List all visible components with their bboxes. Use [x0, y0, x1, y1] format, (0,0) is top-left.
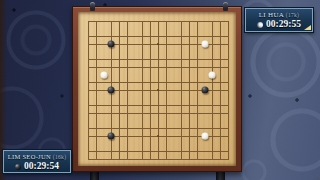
stone-black — [108, 41, 115, 48]
black-stone-icon — [15, 164, 21, 170]
board-grid[interactable] — [88, 21, 229, 160]
player-panel-white: LI HUA (17k) 00:29:55 — [245, 8, 313, 32]
stone-white — [100, 71, 107, 78]
stone-black — [201, 87, 208, 94]
star-point — [157, 43, 159, 45]
turn-indicator-triangle-icon — [304, 25, 311, 30]
player-name-row: LIM SEO-JUN (16k) — [4, 153, 70, 161]
player-name: LI HUA — [259, 11, 284, 19]
player-rank: (16k) — [53, 154, 66, 160]
stone-black — [108, 87, 115, 94]
player-clock-row: 00:29:55 — [246, 19, 312, 30]
board-surface — [78, 12, 236, 166]
stone-black — [108, 133, 115, 140]
board-clip-icon — [90, 2, 95, 11]
board-clip-icon — [223, 2, 228, 11]
player-name: LIM SEO-JUN — [8, 153, 51, 160]
clock-time: 00:29:55 — [266, 19, 301, 30]
player-clock-row: 00:29:54 — [4, 161, 70, 172]
star-point — [157, 89, 159, 91]
player-rank: (17k) — [286, 12, 299, 18]
player-name-row: LI HUA (17k) — [246, 11, 312, 19]
stone-white — [201, 133, 208, 140]
clock-time: 00:29:54 — [24, 161, 59, 172]
star-point — [157, 135, 159, 137]
go-game-scene: LI HUA (17k) 00:29:55 LIM SEO-JUN (16k) … — [0, 0, 320, 180]
go-board — [72, 6, 242, 172]
player-panel-black: LIM SEO-JUN (16k) 00:29:54 — [3, 150, 71, 173]
stone-white — [209, 71, 216, 78]
white-stone-icon — [257, 22, 263, 28]
stone-white — [201, 41, 208, 48]
